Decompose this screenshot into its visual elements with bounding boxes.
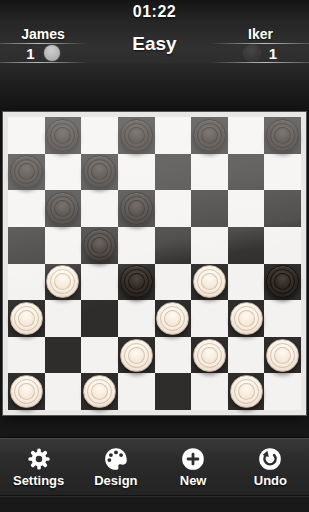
square-r7c0[interactable] <box>8 373 45 410</box>
bottom-edge <box>0 496 309 512</box>
white-piece[interactable] <box>120 339 153 372</box>
black-piece[interactable] <box>120 265 153 298</box>
player-right-name: Iker <box>212 26 309 42</box>
white-piece[interactable] <box>46 265 79 298</box>
square-r0c7[interactable] <box>264 117 301 154</box>
square-r0c1[interactable] <box>45 117 82 154</box>
square-r3c3 <box>118 227 155 264</box>
square-r7c1 <box>45 373 82 410</box>
square-r0c5[interactable] <box>191 117 228 154</box>
black-piece[interactable] <box>83 229 116 262</box>
square-r3c4[interactable] <box>155 227 192 264</box>
black-piece[interactable] <box>46 192 79 225</box>
square-r0c6 <box>228 117 265 154</box>
gear-icon <box>26 446 52 472</box>
square-r4c4 <box>155 264 192 301</box>
square-r5c3 <box>118 300 155 337</box>
square-r1c0[interactable] <box>8 154 45 191</box>
black-piece[interactable] <box>266 119 299 152</box>
square-r4c0 <box>8 264 45 301</box>
square-r2c6 <box>228 190 265 227</box>
square-r0c0 <box>8 117 45 154</box>
white-piece[interactable] <box>83 375 116 408</box>
black-piece[interactable] <box>120 119 153 152</box>
square-r6c6 <box>228 337 265 374</box>
square-r4c1[interactable] <box>45 264 82 301</box>
square-r5c1 <box>45 300 82 337</box>
bottom-toolbar: Settings Design New Undo <box>0 437 309 496</box>
new-label: New <box>180 473 207 488</box>
undo-label: Undo <box>254 473 287 488</box>
settings-label: Settings <box>13 473 64 488</box>
black-piece[interactable] <box>266 265 299 298</box>
square-r7c4[interactable] <box>155 373 192 410</box>
square-r1c3 <box>118 154 155 191</box>
square-r7c3 <box>118 373 155 410</box>
square-r5c0[interactable] <box>8 300 45 337</box>
square-r5c4[interactable] <box>155 300 192 337</box>
design-button[interactable]: Design <box>80 446 152 488</box>
square-r7c5 <box>191 373 228 410</box>
undo-icon <box>257 446 283 472</box>
design-label: Design <box>94 473 137 488</box>
square-r2c1[interactable] <box>45 190 82 227</box>
square-r1c2[interactable] <box>81 154 118 191</box>
black-piece[interactable] <box>83 155 116 188</box>
square-r5c7 <box>264 300 301 337</box>
square-r3c6[interactable] <box>228 227 265 264</box>
square-r1c6[interactable] <box>228 154 265 191</box>
square-r2c7[interactable] <box>264 190 301 227</box>
black-piece[interactable] <box>120 192 153 225</box>
square-r4c6 <box>228 264 265 301</box>
square-r1c7 <box>264 154 301 191</box>
white-piece[interactable] <box>230 375 263 408</box>
square-r2c4 <box>155 190 192 227</box>
top-bar: 01:22 James 1 Easy Iker 1 <box>0 0 309 63</box>
player-right-score-row: 1 <box>212 43 309 63</box>
square-r7c2[interactable] <box>81 373 118 410</box>
black-piece-indicator-icon <box>244 45 260 61</box>
board-area <box>0 63 309 437</box>
white-piece[interactable] <box>10 302 43 335</box>
square-r5c2[interactable] <box>81 300 118 337</box>
white-piece[interactable] <box>266 339 299 372</box>
square-r2c5[interactable] <box>191 190 228 227</box>
palette-icon <box>103 446 129 472</box>
square-r3c5 <box>191 227 228 264</box>
square-r5c6[interactable] <box>228 300 265 337</box>
square-r3c1 <box>45 227 82 264</box>
square-r4c5[interactable] <box>191 264 228 301</box>
square-r2c0 <box>8 190 45 227</box>
white-piece[interactable] <box>156 302 189 335</box>
white-piece[interactable] <box>10 375 43 408</box>
square-r6c7[interactable] <box>264 337 301 374</box>
white-piece[interactable] <box>230 302 263 335</box>
square-r1c4[interactable] <box>155 154 192 191</box>
square-r6c4 <box>155 337 192 374</box>
square-r6c0 <box>8 337 45 374</box>
square-r4c7[interactable] <box>264 264 301 301</box>
white-piece[interactable] <box>193 339 226 372</box>
square-r3c0[interactable] <box>8 227 45 264</box>
black-piece[interactable] <box>193 119 226 152</box>
square-r1c5 <box>191 154 228 191</box>
checkers-board <box>3 112 306 415</box>
square-r3c7 <box>264 227 301 264</box>
player-right-score: 1 <box>269 45 277 62</box>
player-right-panel: Iker 1 <box>212 26 309 63</box>
square-r2c2 <box>81 190 118 227</box>
square-r0c2 <box>81 117 118 154</box>
square-r4c2 <box>81 264 118 301</box>
square-r1c1 <box>45 154 82 191</box>
square-r0c4 <box>155 117 192 154</box>
game-timer: 01:22 <box>0 3 309 21</box>
square-r6c2 <box>81 337 118 374</box>
square-r2c3[interactable] <box>118 190 155 227</box>
square-r6c5[interactable] <box>191 337 228 374</box>
undo-button[interactable]: Undo <box>234 446 306 488</box>
square-r6c1[interactable] <box>45 337 82 374</box>
plus-circle-icon <box>180 446 206 472</box>
square-r7c7 <box>264 373 301 410</box>
square-r6c3[interactable] <box>118 337 155 374</box>
board-grid <box>8 117 301 410</box>
square-r4c3[interactable] <box>118 264 155 301</box>
square-r7c6[interactable] <box>228 373 265 410</box>
white-piece[interactable] <box>193 265 226 298</box>
square-r5c5 <box>191 300 228 337</box>
black-piece[interactable] <box>10 155 43 188</box>
new-game-button[interactable]: New <box>157 446 229 488</box>
black-piece[interactable] <box>46 119 79 152</box>
settings-button[interactable]: Settings <box>3 446 75 488</box>
square-r0c3[interactable] <box>118 117 155 154</box>
square-r3c2[interactable] <box>81 227 118 264</box>
